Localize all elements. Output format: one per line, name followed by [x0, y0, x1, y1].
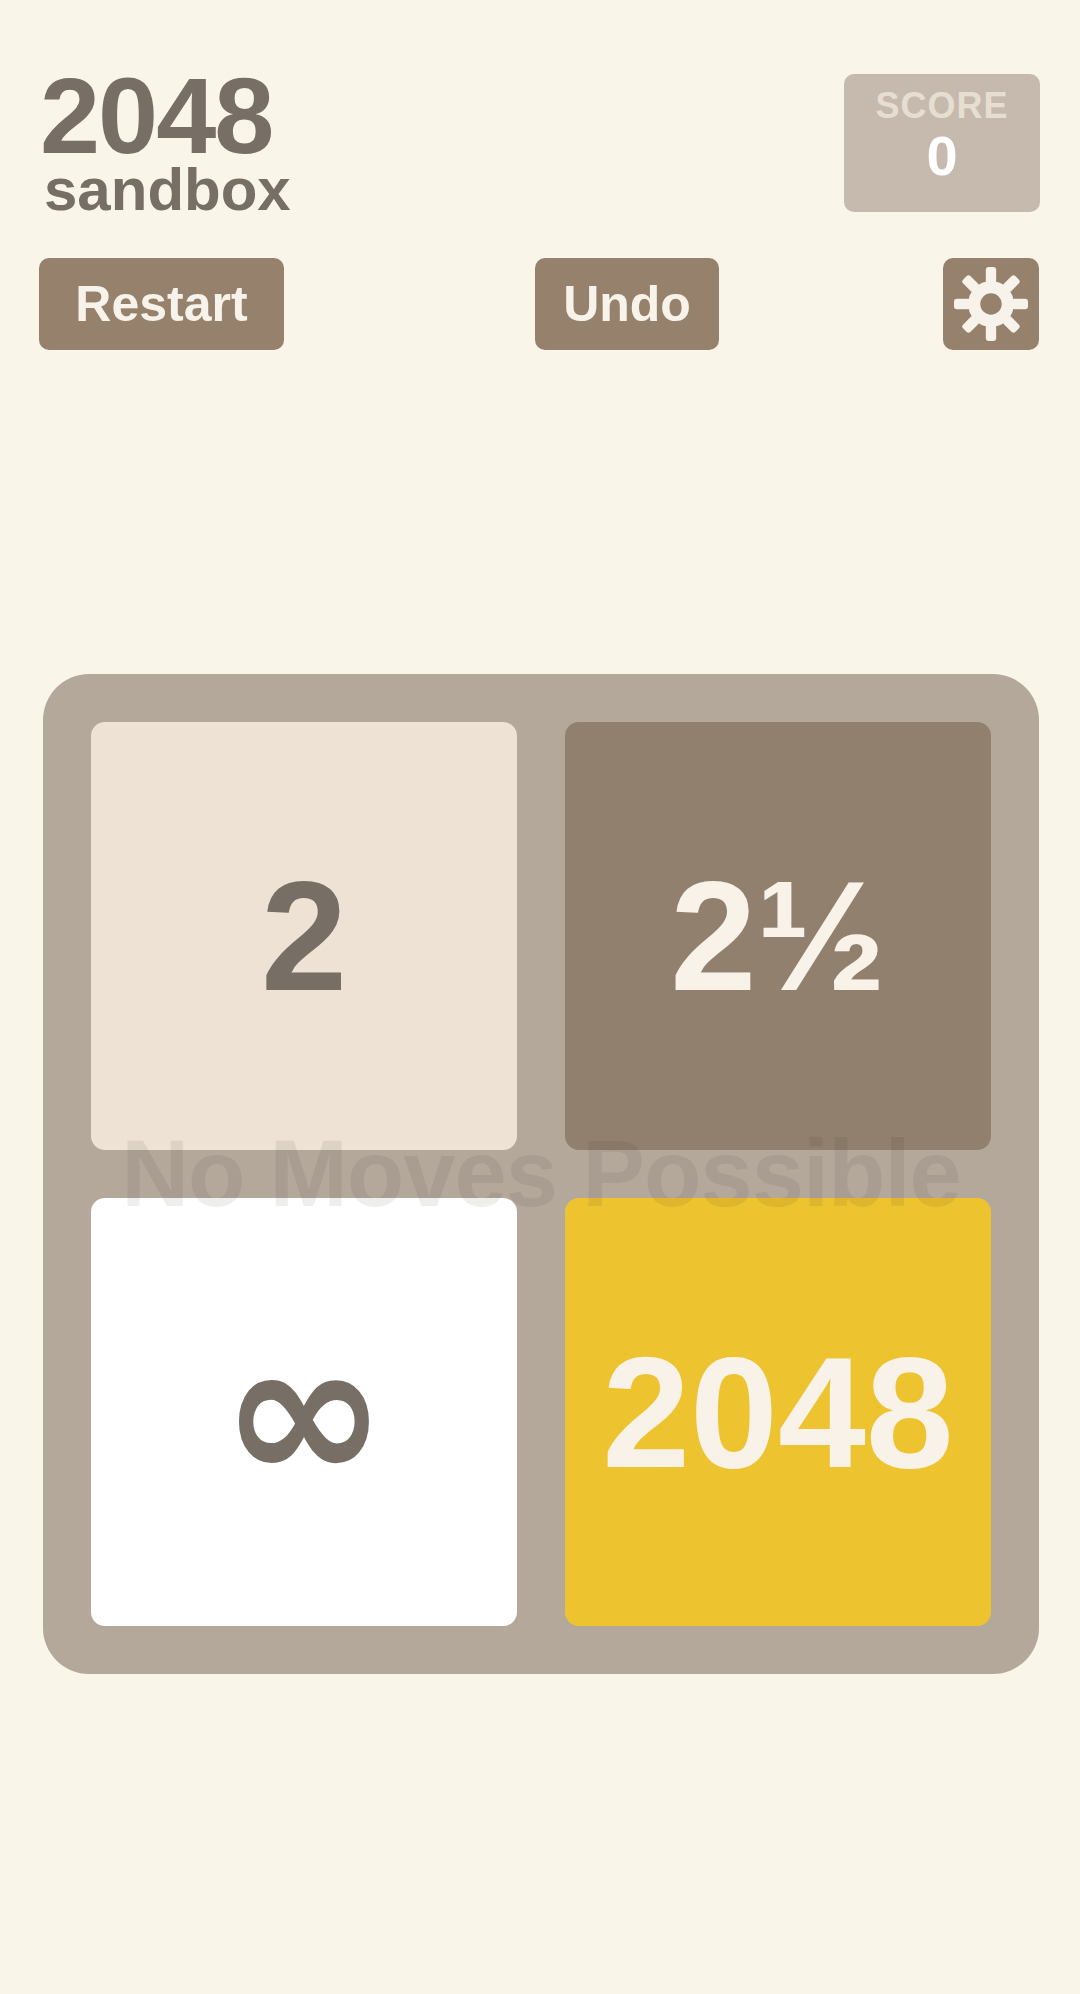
settings-button[interactable]	[943, 258, 1039, 350]
restart-button[interactable]: Restart	[39, 258, 284, 350]
tile-2048[interactable]: 2048	[565, 1198, 991, 1626]
tile-2[interactable]: 2	[91, 722, 517, 1150]
page-title: 2048	[40, 62, 272, 170]
game-board[interactable]: 2 2½ ∞ 2048	[43, 674, 1039, 1674]
score-value: 0	[926, 125, 957, 187]
tile-value: ∞	[221, 1312, 388, 1512]
tile-infinity[interactable]: ∞	[91, 1198, 517, 1626]
tile-value: 2½	[670, 859, 885, 1014]
tile-value: 2	[261, 859, 347, 1014]
tile-value: 2048	[602, 1333, 954, 1491]
gear-icon	[954, 267, 1028, 341]
tile-2-half[interactable]: 2½	[565, 722, 991, 1150]
page-subtitle: sandbox	[44, 160, 291, 220]
score-box: SCORE 0	[844, 74, 1040, 212]
score-label: SCORE	[875, 87, 1008, 125]
undo-button[interactable]: Undo	[535, 258, 719, 350]
